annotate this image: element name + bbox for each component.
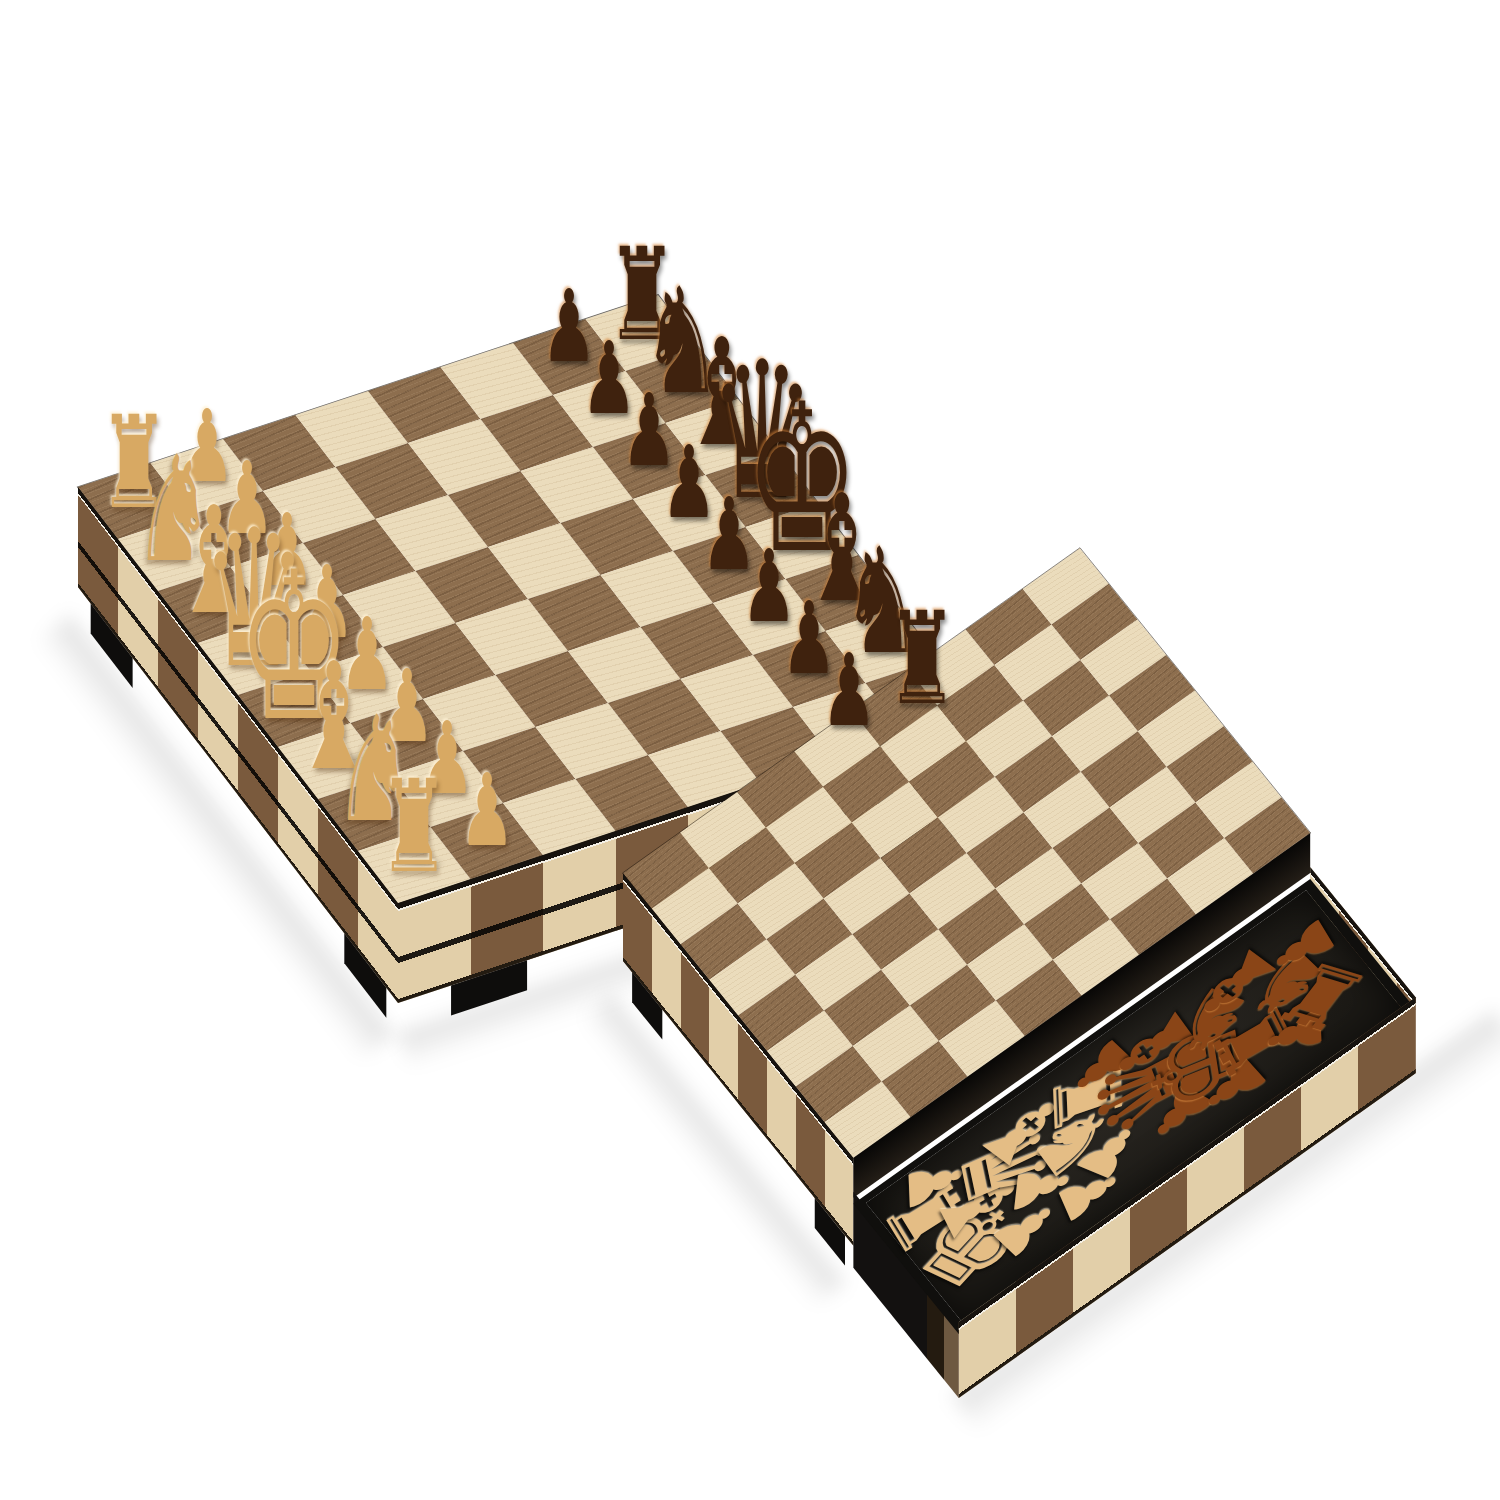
piece-white-r-h1: ♜	[379, 763, 450, 891]
chess-set-product-scene: ♜♟♚♝♟♛♟♝♟♞♟♜♟♛♟♝♚♟♞♜♝♟♞♜♟♜♟♞♟♝♟♟♛♜♟♟♚♞♟♟…	[0, 0, 1500, 1500]
piece-white-p-h2: ♟	[459, 761, 515, 861]
piece-black-r-h8: ♜	[886, 595, 957, 723]
piece-black-p-h7: ♟	[821, 641, 877, 741]
